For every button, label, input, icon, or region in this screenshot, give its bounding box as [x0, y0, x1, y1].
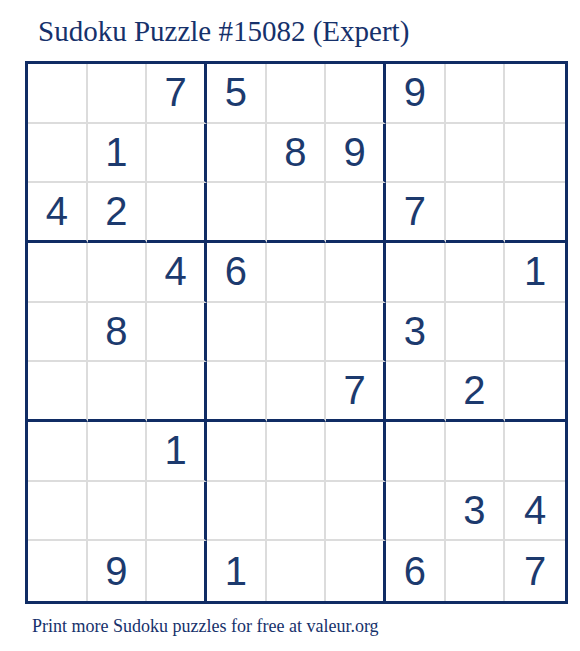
empty-cell-r2c7	[386, 124, 446, 184]
given-cell-r8c9: 4	[505, 482, 565, 542]
empty-cell-r9c8	[446, 541, 506, 601]
empty-cell-r8c6	[326, 482, 386, 542]
empty-cell-r1c9	[505, 64, 565, 124]
empty-cell-r7c7	[386, 422, 446, 482]
empty-cell-r2c9	[505, 124, 565, 184]
given-cell-r4c4: 6	[207, 243, 267, 303]
empty-cell-r7c1	[28, 422, 88, 482]
given-cell-r3c7: 7	[386, 183, 446, 243]
empty-cell-r1c5	[267, 64, 327, 124]
empty-cell-r5c1	[28, 303, 88, 363]
given-cell-r2c2: 1	[88, 124, 148, 184]
empty-cell-r3c4	[207, 183, 267, 243]
empty-cell-r6c9	[505, 362, 565, 422]
empty-cell-r4c6	[326, 243, 386, 303]
empty-cell-r8c4	[207, 482, 267, 542]
given-cell-r9c7: 6	[386, 541, 446, 601]
page-title: Sudoku Puzzle #15082 (Expert)	[38, 16, 409, 48]
empty-cell-r8c5	[267, 482, 327, 542]
empty-cell-r8c1	[28, 482, 88, 542]
sudoku-grid: 75918942746183721349167	[25, 61, 568, 604]
given-cell-r6c8: 2	[446, 362, 506, 422]
empty-cell-r7c5	[267, 422, 327, 482]
given-cell-r4c3: 4	[147, 243, 207, 303]
empty-cell-r6c1	[28, 362, 88, 422]
empty-cell-r4c1	[28, 243, 88, 303]
given-cell-r9c4: 1	[207, 541, 267, 601]
given-cell-r1c4: 5	[207, 64, 267, 124]
given-cell-r1c3: 7	[147, 64, 207, 124]
empty-cell-r1c2	[88, 64, 148, 124]
empty-cell-r7c4	[207, 422, 267, 482]
empty-cell-r5c9	[505, 303, 565, 363]
empty-cell-r3c6	[326, 183, 386, 243]
empty-cell-r9c3	[147, 541, 207, 601]
given-cell-r4c9: 1	[505, 243, 565, 303]
empty-cell-r6c5	[267, 362, 327, 422]
empty-cell-r9c6	[326, 541, 386, 601]
empty-cell-r4c7	[386, 243, 446, 303]
empty-cell-r8c2	[88, 482, 148, 542]
empty-cell-r3c9	[505, 183, 565, 243]
empty-cell-r3c5	[267, 183, 327, 243]
empty-cell-r9c1	[28, 541, 88, 601]
footer-text: Print more Sudoku puzzles for free at va…	[32, 616, 379, 637]
empty-cell-r3c3	[147, 183, 207, 243]
empty-cell-r2c3	[147, 124, 207, 184]
empty-cell-r6c3	[147, 362, 207, 422]
given-cell-r8c8: 3	[446, 482, 506, 542]
empty-cell-r1c6	[326, 64, 386, 124]
given-cell-r2c5: 8	[267, 124, 327, 184]
empty-cell-r5c3	[147, 303, 207, 363]
given-cell-r9c9: 7	[505, 541, 565, 601]
empty-cell-r2c4	[207, 124, 267, 184]
empty-cell-r2c1	[28, 124, 88, 184]
empty-cell-r3c8	[446, 183, 506, 243]
empty-cell-r2c8	[446, 124, 506, 184]
empty-cell-r6c4	[207, 362, 267, 422]
empty-cell-r5c6	[326, 303, 386, 363]
given-cell-r3c1: 4	[28, 183, 88, 243]
empty-cell-r7c2	[88, 422, 148, 482]
given-cell-r2c6: 9	[326, 124, 386, 184]
empty-cell-r4c5	[267, 243, 327, 303]
given-cell-r5c2: 8	[88, 303, 148, 363]
given-cell-r6c6: 7	[326, 362, 386, 422]
empty-cell-r6c2	[88, 362, 148, 422]
empty-cell-r4c2	[88, 243, 148, 303]
empty-cell-r8c3	[147, 482, 207, 542]
empty-cell-r5c4	[207, 303, 267, 363]
given-cell-r3c2: 2	[88, 183, 148, 243]
given-cell-r5c7: 3	[386, 303, 446, 363]
given-cell-r9c2: 9	[88, 541, 148, 601]
empty-cell-r7c9	[505, 422, 565, 482]
given-cell-r1c7: 9	[386, 64, 446, 124]
empty-cell-r7c8	[446, 422, 506, 482]
empty-cell-r7c6	[326, 422, 386, 482]
empty-cell-r5c5	[267, 303, 327, 363]
empty-cell-r1c8	[446, 64, 506, 124]
empty-cell-r9c5	[267, 541, 327, 601]
empty-cell-r5c8	[446, 303, 506, 363]
empty-cell-r1c1	[28, 64, 88, 124]
sudoku-print-page: Sudoku Puzzle #15082 (Expert) 7591894274…	[0, 0, 580, 651]
given-cell-r7c3: 1	[147, 422, 207, 482]
empty-cell-r6c7	[386, 362, 446, 422]
empty-cell-r4c8	[446, 243, 506, 303]
empty-cell-r8c7	[386, 482, 446, 542]
